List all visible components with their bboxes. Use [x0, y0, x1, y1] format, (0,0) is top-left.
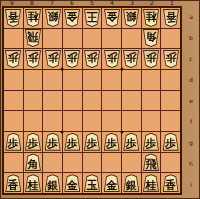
piece-kanji: 銀: [126, 11, 137, 22]
board-square-3d[interactable]: [122, 70, 141, 90]
piece-kanji: 歩: [165, 138, 176, 149]
piece-kanji: 金: [67, 179, 78, 190]
piece-face: 歩: [105, 134, 119, 150]
piece-king-gote[interactable]: 王: [84, 9, 100, 27]
piece-kanji: 金: [67, 11, 78, 22]
board-square-8f[interactable]: [24, 111, 43, 131]
piece-pawn-sente[interactable]: 歩: [123, 133, 139, 151]
board-square-4e[interactable]: [102, 91, 121, 111]
piece-kanji: 金: [106, 179, 117, 190]
piece-kanji: 銀: [47, 11, 58, 22]
piece-kanji: 歩: [8, 138, 19, 149]
board-square-2f[interactable]: [142, 111, 161, 131]
piece-face: 桂: [26, 10, 40, 26]
piece-kanji: 桂: [27, 11, 38, 22]
piece-face: 歩: [65, 134, 79, 150]
piece-face: 歩: [144, 51, 158, 67]
piece-face: 歩: [26, 51, 40, 67]
rank-label-e: e: [182, 90, 200, 111]
piece-rook-gote[interactable]: 飛: [25, 29, 41, 47]
board-square-2c[interactable]: 歩: [142, 49, 161, 69]
piece-kanji: 香: [165, 11, 176, 22]
piece-kanji: 飛: [145, 158, 156, 169]
piece-face: 銀: [46, 175, 60, 191]
piece-face: 玉: [85, 175, 99, 191]
board-square-8c[interactable]: 歩: [24, 49, 43, 69]
piece-silver-gote[interactable]: 銀: [123, 9, 139, 27]
rank-label-i: i: [182, 174, 200, 195]
piece-bishop-sente[interactable]: 角: [25, 153, 41, 171]
shogi-board-window: 987654321 abcdefghi 香桂銀金王金銀桂香飛角歩歩歩歩歩歩歩歩歩…: [0, 0, 200, 199]
board-square-9e[interactable]: [4, 91, 23, 111]
piece-kanji: 角: [145, 31, 156, 42]
board-square-4a[interactable]: 金: [102, 8, 121, 28]
board-square-5f[interactable]: [83, 111, 102, 131]
piece-kanji: 桂: [27, 179, 38, 190]
board-square-4d[interactable]: [102, 70, 121, 90]
board-square-2h[interactable]: 飛: [142, 153, 161, 173]
piece-kanji: 銀: [47, 179, 58, 190]
piece-face: 金: [65, 175, 79, 191]
board-square-2b[interactable]: 角: [142, 29, 161, 49]
piece-pawn-gote[interactable]: 歩: [104, 50, 120, 68]
piece-kanji: 香: [8, 179, 19, 190]
piece-face: 香: [164, 175, 178, 191]
piece-kanji: 玉: [86, 179, 97, 190]
board-square-1e[interactable]: [161, 91, 180, 111]
piece-face: 桂: [144, 175, 158, 191]
piece-kanji: 飛: [27, 31, 38, 42]
piece-bishop-gote[interactable]: 角: [143, 29, 159, 47]
board-square-9a[interactable]: 香: [4, 8, 23, 28]
piece-king-sente[interactable]: 玉: [84, 174, 100, 192]
piece-pawn-sente[interactable]: 歩: [104, 133, 120, 151]
rank-label-c: c: [182, 48, 200, 69]
piece-face: 飛: [144, 154, 158, 170]
piece-face: 歩: [46, 51, 60, 67]
piece-kanji: 香: [165, 179, 176, 190]
piece-lance-sente[interactable]: 香: [163, 174, 179, 192]
board-square-7i[interactable]: 銀: [43, 173, 62, 193]
piece-kanji: 歩: [67, 138, 78, 149]
piece-kanji: 歩: [106, 52, 117, 63]
board-square-9i[interactable]: 香: [4, 173, 23, 193]
board-square-1d[interactable]: [161, 70, 180, 90]
piece-face: 歩: [105, 51, 119, 67]
board-square-7a[interactable]: 銀: [43, 8, 62, 28]
piece-face: 桂: [144, 10, 158, 26]
piece-kanji: 歩: [47, 138, 58, 149]
rank-label-b: b: [182, 27, 200, 48]
piece-pawn-gote[interactable]: 歩: [84, 50, 100, 68]
piece-face: 銀: [124, 10, 138, 26]
piece-lance-gote[interactable]: 香: [163, 9, 179, 27]
board-square-7e[interactable]: [43, 91, 62, 111]
shogi-board: 香桂銀金王金銀桂香飛角歩歩歩歩歩歩歩歩歩歩歩歩歩歩歩歩歩歩角飛香桂銀金玉金銀桂香: [2, 6, 182, 195]
board-square-3h[interactable]: [122, 153, 141, 173]
piece-face: 香: [164, 10, 178, 26]
piece-pawn-gote[interactable]: 歩: [64, 50, 80, 68]
board-square-8h[interactable]: 角: [24, 153, 43, 173]
piece-silver-gote[interactable]: 銀: [45, 9, 61, 27]
board-square-6a[interactable]: 金: [63, 8, 82, 28]
piece-kanji: 歩: [8, 52, 19, 63]
board-square-3e[interactable]: [122, 91, 141, 111]
piece-pawn-sente[interactable]: 歩: [64, 133, 80, 151]
board-square-8b[interactable]: 飛: [24, 29, 43, 49]
board-square-4h[interactable]: [102, 153, 121, 173]
board-square-5g[interactable]: 歩: [83, 132, 102, 152]
board-square-9g[interactable]: 歩: [4, 132, 23, 152]
board-square-3i[interactable]: 銀: [122, 173, 141, 193]
piece-face: 歩: [46, 134, 60, 150]
piece-pawn-gote[interactable]: 歩: [143, 50, 159, 68]
piece-pawn-sente[interactable]: 歩: [163, 133, 179, 151]
piece-pawn-sente[interactable]: 歩: [45, 133, 61, 151]
piece-kanji: 角: [27, 158, 38, 169]
board-square-4c[interactable]: 歩: [102, 49, 121, 69]
piece-face: 歩: [164, 51, 178, 67]
piece-pawn-sente[interactable]: 歩: [143, 133, 159, 151]
piece-kanji: 歩: [86, 52, 97, 63]
board-square-6c[interactable]: 歩: [63, 49, 82, 69]
board-square-3a[interactable]: 銀: [122, 8, 141, 28]
rank-label-f: f: [182, 111, 200, 132]
board-square-1a[interactable]: 香: [161, 8, 180, 28]
piece-knight-gote[interactable]: 桂: [25, 9, 41, 27]
piece-face: 飛: [26, 30, 40, 46]
piece-kanji: 金: [106, 11, 117, 22]
board-square-3c[interactable]: 歩: [122, 49, 141, 69]
board-square-5d[interactable]: [83, 70, 102, 90]
board-square-6h[interactable]: [63, 153, 82, 173]
board-square-8i[interactable]: 桂: [24, 173, 43, 193]
piece-face: 歩: [6, 51, 20, 67]
piece-pawn-sente[interactable]: 歩: [5, 133, 21, 151]
board-square-8e[interactable]: [24, 91, 43, 111]
piece-pawn-gote[interactable]: 歩: [25, 50, 41, 68]
piece-kanji: 桂: [145, 11, 156, 22]
board-square-1g[interactable]: 歩: [161, 132, 180, 152]
piece-face: 歩: [124, 51, 138, 67]
rank-coordinates: abcdefghi: [182, 6, 200, 195]
board-square-5h[interactable]: [83, 153, 102, 173]
board-square-9h[interactable]: [4, 153, 23, 173]
piece-face: 歩: [6, 134, 20, 150]
rank-label-h: h: [182, 153, 200, 174]
piece-rook-sente[interactable]: 飛: [143, 153, 159, 171]
board-square-4b[interactable]: [102, 29, 121, 49]
board-square-5c[interactable]: 歩: [83, 49, 102, 69]
piece-face: 歩: [85, 51, 99, 67]
board-square-9b[interactable]: [4, 29, 23, 49]
piece-gold-gote[interactable]: 金: [104, 9, 120, 27]
board-square-1c[interactable]: 歩: [161, 49, 180, 69]
piece-kanji: 歩: [106, 138, 117, 149]
rank-label-d: d: [182, 69, 200, 90]
piece-kanji: 歩: [145, 52, 156, 63]
rank-label-a: a: [182, 6, 200, 27]
piece-kanji: 香: [8, 11, 19, 22]
board-square-7g[interactable]: 歩: [43, 132, 62, 152]
piece-lance-gote[interactable]: 香: [5, 9, 21, 27]
piece-face: 銀: [46, 10, 60, 26]
piece-silver-sente[interactable]: 銀: [123, 174, 139, 192]
board-square-3g[interactable]: 歩: [122, 132, 141, 152]
board-square-4g[interactable]: 歩: [102, 132, 121, 152]
piece-face: 金: [65, 10, 79, 26]
board-square-1f[interactable]: [161, 111, 180, 131]
piece-kanji: 歩: [145, 138, 156, 149]
piece-pawn-sente[interactable]: 歩: [25, 133, 41, 151]
board-square-6d[interactable]: [63, 70, 82, 90]
board-square-6f[interactable]: [63, 111, 82, 131]
piece-kanji: 王: [86, 11, 97, 22]
board-square-1i[interactable]: 香: [161, 173, 180, 193]
piece-kanji: 歩: [47, 52, 58, 63]
board-square-9c[interactable]: 歩: [4, 49, 23, 69]
piece-face: 歩: [164, 134, 178, 150]
piece-face: 桂: [26, 175, 40, 191]
piece-face: 金: [105, 175, 119, 191]
piece-face: 香: [6, 175, 20, 191]
board-square-8a[interactable]: 桂: [24, 8, 43, 28]
board-square-5a[interactable]: 王: [83, 8, 102, 28]
piece-face: 歩: [85, 134, 99, 150]
piece-gold-sente[interactable]: 金: [64, 174, 80, 192]
board-square-2i[interactable]: 桂: [142, 173, 161, 193]
board-square-3f[interactable]: [122, 111, 141, 131]
board-square-9f[interactable]: [4, 111, 23, 131]
piece-pawn-gote[interactable]: 歩: [163, 50, 179, 68]
board-square-5i[interactable]: 玉: [83, 173, 102, 193]
piece-kanji: 銀: [126, 179, 137, 190]
board-square-5b[interactable]: [83, 29, 102, 49]
piece-pawn-gote[interactable]: 歩: [123, 50, 139, 68]
piece-silver-sente[interactable]: 銀: [45, 174, 61, 192]
board-square-6e[interactable]: [63, 91, 82, 111]
piece-knight-sente[interactable]: 桂: [25, 174, 41, 192]
board-square-7c[interactable]: 歩: [43, 49, 62, 69]
board-square-7b[interactable]: [43, 29, 62, 49]
piece-gold-gote[interactable]: 金: [64, 9, 80, 27]
piece-kanji: 歩: [86, 138, 97, 149]
piece-kanji: 歩: [126, 138, 137, 149]
board-square-3b[interactable]: [122, 29, 141, 49]
board-square-2d[interactable]: [142, 70, 161, 90]
piece-kanji: 桂: [145, 179, 156, 190]
board-square-6g[interactable]: 歩: [63, 132, 82, 152]
piece-face: 金: [105, 10, 119, 26]
board-square-9d[interactable]: [4, 70, 23, 90]
piece-face: 歩: [26, 134, 40, 150]
piece-kanji: 歩: [165, 52, 176, 63]
piece-kanji: 歩: [27, 52, 38, 63]
piece-face: 銀: [124, 175, 138, 191]
board-square-1h[interactable]: [161, 153, 180, 173]
board-square-2g[interactable]: 歩: [142, 132, 161, 152]
piece-knight-sente[interactable]: 桂: [143, 174, 159, 192]
rank-label-g: g: [182, 132, 200, 153]
board-square-1b[interactable]: [161, 29, 180, 49]
piece-face: 香: [6, 10, 20, 26]
piece-face: 歩: [144, 134, 158, 150]
board-square-8g[interactable]: 歩: [24, 132, 43, 152]
board-square-7d[interactable]: [43, 70, 62, 90]
board-square-4i[interactable]: 金: [102, 173, 121, 193]
piece-kanji: 歩: [27, 138, 38, 149]
piece-lance-sente[interactable]: 香: [5, 174, 21, 192]
board-square-2a[interactable]: 桂: [142, 8, 161, 28]
piece-kanji: 歩: [67, 52, 78, 63]
board-square-8d[interactable]: [24, 70, 43, 90]
board-square-7h[interactable]: [43, 153, 62, 173]
board-square-4f[interactable]: [102, 111, 121, 131]
piece-face: 角: [26, 154, 40, 170]
board-square-6b[interactable]: [63, 29, 82, 49]
piece-gold-sente[interactable]: 金: [104, 174, 120, 192]
piece-kanji: 歩: [126, 52, 137, 63]
piece-face: 歩: [124, 134, 138, 150]
board-square-2e[interactable]: [142, 91, 161, 111]
piece-face: 歩: [65, 51, 79, 67]
board-square-6i[interactable]: 金: [63, 173, 82, 193]
piece-face: 王: [85, 10, 99, 26]
piece-face: 角: [144, 30, 158, 46]
piece-knight-gote[interactable]: 桂: [143, 9, 159, 27]
board-square-5e[interactable]: [83, 91, 102, 111]
piece-pawn-gote[interactable]: 歩: [45, 50, 61, 68]
board-square-7f[interactable]: [43, 111, 62, 131]
piece-pawn-gote[interactable]: 歩: [5, 50, 21, 68]
piece-pawn-sente[interactable]: 歩: [84, 133, 100, 151]
